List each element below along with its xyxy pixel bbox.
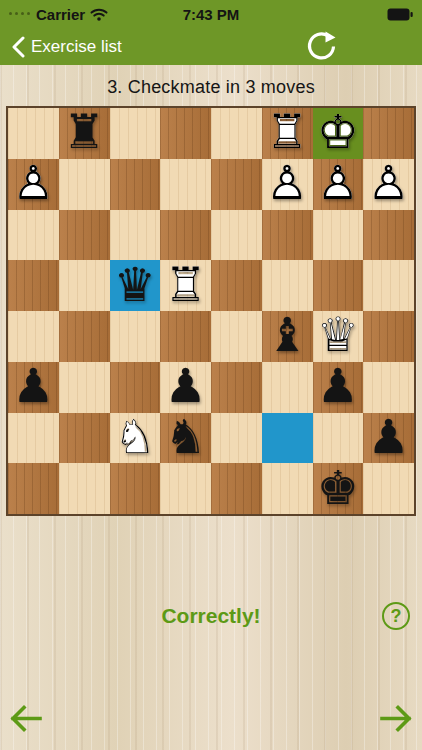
square-g1[interactable]: ♚ (313, 463, 364, 514)
next-exercise-button[interactable] (380, 703, 413, 738)
black-pawn-h2[interactable]: ♟ (363, 413, 414, 464)
white-queen-g4[interactable]: ♛♕ (313, 311, 364, 362)
square-d1[interactable] (160, 463, 211, 514)
next-arrow-icon (380, 703, 413, 734)
white-pawn-g7[interactable]: ♟♙ (313, 159, 364, 210)
square-e2[interactable] (211, 413, 262, 464)
wifi-icon (90, 8, 108, 21)
square-h5[interactable] (363, 260, 414, 311)
square-d4[interactable] (160, 311, 211, 362)
square-f3[interactable] (262, 362, 313, 413)
black-pawn-g3[interactable]: ♟ (313, 362, 364, 413)
white-pawn-h7[interactable]: ♟♙ (363, 159, 414, 210)
square-d7[interactable] (160, 159, 211, 210)
square-b7[interactable] (59, 159, 110, 210)
square-e8[interactable] (211, 108, 262, 159)
white-knight-c2[interactable]: ♞♘ (110, 413, 161, 464)
back-button-label: Exercise list (31, 37, 122, 57)
square-h1[interactable] (363, 463, 414, 514)
square-b4[interactable] (59, 311, 110, 362)
back-chevron-icon (12, 36, 25, 58)
prev-arrow-icon (9, 703, 42, 734)
square-g4[interactable]: ♛♕ (313, 311, 364, 362)
square-e3[interactable] (211, 362, 262, 413)
back-button[interactable]: Exercise list (12, 36, 122, 58)
help-button-label: ? (391, 606, 402, 627)
square-d2[interactable]: ♞ (160, 413, 211, 464)
square-a5[interactable] (8, 260, 59, 311)
square-c2[interactable]: ♞♘ (110, 413, 161, 464)
square-c6[interactable] (110, 210, 161, 261)
square-g8[interactable]: ♚♔ (313, 108, 364, 159)
square-b8[interactable]: ♜ (59, 108, 110, 159)
status-bar: Carrier 7:43 PM (0, 0, 422, 28)
white-rook-f8[interactable]: ♜♖ (262, 108, 313, 159)
carrier-label: Carrier (36, 6, 85, 23)
square-h8[interactable] (363, 108, 414, 159)
square-h7[interactable]: ♟♙ (363, 159, 414, 210)
nav-bar: Exercise list (0, 28, 422, 65)
square-b6[interactable] (59, 210, 110, 261)
square-d6[interactable] (160, 210, 211, 261)
square-f1[interactable] (262, 463, 313, 514)
square-e4[interactable] (211, 311, 262, 362)
square-f2[interactable] (262, 413, 313, 464)
square-h2[interactable]: ♟ (363, 413, 414, 464)
battery-icon (387, 8, 413, 21)
square-f7[interactable]: ♟♙ (262, 159, 313, 210)
white-king-g8[interactable]: ♚♔ (313, 108, 364, 159)
square-g2[interactable] (313, 413, 364, 464)
black-rook-b8[interactable]: ♜ (59, 108, 110, 159)
square-c7[interactable] (110, 159, 161, 210)
square-d8[interactable] (160, 108, 211, 159)
refresh-button[interactable] (306, 31, 337, 62)
black-king-g1[interactable]: ♚ (313, 463, 364, 514)
square-d3[interactable]: ♟ (160, 362, 211, 413)
square-a7[interactable]: ♟♙ (8, 159, 59, 210)
square-f4[interactable]: ♝ (262, 311, 313, 362)
chess-board[interactable]: ♜♜♖♚♔♟♙♟♙♟♙♟♙♛♜♖♝♛♕♟♟♟♞♘♞♟♚ (6, 106, 416, 516)
square-f5[interactable] (262, 260, 313, 311)
square-f6[interactable] (262, 210, 313, 261)
signal-dots-icon (9, 12, 30, 17)
square-b2[interactable] (59, 413, 110, 464)
square-c3[interactable] (110, 362, 161, 413)
square-a3[interactable]: ♟ (8, 362, 59, 413)
square-f8[interactable]: ♜♖ (262, 108, 313, 159)
square-a4[interactable] (8, 311, 59, 362)
square-a2[interactable] (8, 413, 59, 464)
square-g5[interactable] (313, 260, 364, 311)
refresh-icon (306, 31, 337, 62)
black-pawn-d3[interactable]: ♟ (160, 362, 211, 413)
black-pawn-a3[interactable]: ♟ (8, 362, 59, 413)
square-e1[interactable] (211, 463, 262, 514)
square-b3[interactable] (59, 362, 110, 413)
black-queen-c5[interactable]: ♛ (110, 260, 161, 311)
square-d5[interactable]: ♜♖ (160, 260, 211, 311)
square-h3[interactable] (363, 362, 414, 413)
square-e5[interactable] (211, 260, 262, 311)
square-a1[interactable] (8, 463, 59, 514)
square-c4[interactable] (110, 311, 161, 362)
hamburger-menu-button[interactable] (371, 35, 410, 59)
square-c1[interactable] (110, 463, 161, 514)
square-g3[interactable]: ♟ (313, 362, 364, 413)
exercise-title: 3. Checkmate in 3 moves (0, 77, 422, 98)
previous-exercise-button[interactable] (9, 703, 42, 738)
square-g6[interactable] (313, 210, 364, 261)
square-c8[interactable] (110, 108, 161, 159)
square-a6[interactable] (8, 210, 59, 261)
square-g7[interactable]: ♟♙ (313, 159, 364, 210)
black-knight-d2[interactable]: ♞ (160, 413, 211, 464)
black-bishop-f4[interactable]: ♝ (262, 311, 313, 362)
square-h6[interactable] (363, 210, 414, 261)
square-a8[interactable] (8, 108, 59, 159)
square-b1[interactable] (59, 463, 110, 514)
feedback-message: Correctly! (0, 604, 422, 628)
square-h4[interactable] (363, 311, 414, 362)
square-b5[interactable] (59, 260, 110, 311)
square-c5[interactable]: ♛ (110, 260, 161, 311)
square-e6[interactable] (211, 210, 262, 261)
help-button[interactable]: ? (382, 602, 410, 630)
white-pawn-a7[interactable]: ♟♙ (8, 159, 59, 210)
white-pawn-f7[interactable]: ♟♙ (262, 159, 313, 210)
white-rook-d5[interactable]: ♜♖ (160, 260, 211, 311)
app-screen: Carrier 7:43 PM Exercise list (0, 0, 422, 750)
square-e7[interactable] (211, 159, 262, 210)
